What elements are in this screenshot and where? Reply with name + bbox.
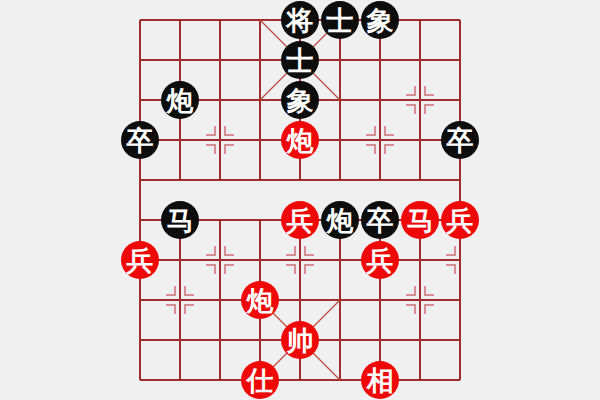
piece-red-cannon[interactable]: 炮 — [241, 281, 279, 319]
piece-black-advisor[interactable]: 士 — [321, 1, 359, 39]
piece-black-elephant[interactable]: 象 — [281, 81, 319, 119]
piece-red-cannon[interactable]: 炮 — [281, 121, 319, 159]
piece-black-soldier[interactable]: 卒 — [441, 121, 479, 159]
piece-black-soldier[interactable]: 卒 — [121, 121, 159, 159]
piece-black-elephant[interactable]: 象 — [361, 1, 399, 39]
piece-black-general[interactable]: 将 — [281, 1, 319, 39]
piece-red-advisor[interactable]: 仕 — [241, 361, 279, 399]
piece-red-soldier[interactable]: 兵 — [121, 241, 159, 279]
piece-black-advisor[interactable]: 士 — [281, 41, 319, 79]
piece-black-cannon[interactable]: 炮 — [161, 81, 199, 119]
piece-red-soldier[interactable]: 兵 — [441, 201, 479, 239]
piece-black-soldier[interactable]: 卒 — [361, 201, 399, 239]
piece-red-general[interactable]: 帅 — [281, 321, 319, 359]
xiangqi-board[interactable]: 将士象士炮象卒炮卒马兵炮卒马兵兵兵炮帅仕相 — [120, 0, 480, 400]
piece-red-soldier[interactable]: 兵 — [361, 241, 399, 279]
piece-red-horse[interactable]: 马 — [401, 201, 439, 239]
piece-red-soldier[interactable]: 兵 — [281, 201, 319, 239]
xiangqi-screenshot: 将士象士炮象卒炮卒马兵炮卒马兵兵兵炮帅仕相 — [0, 0, 600, 400]
piece-black-cannon[interactable]: 炮 — [321, 201, 359, 239]
piece-black-horse[interactable]: 马 — [161, 201, 199, 239]
piece-red-elephant[interactable]: 相 — [361, 361, 399, 399]
